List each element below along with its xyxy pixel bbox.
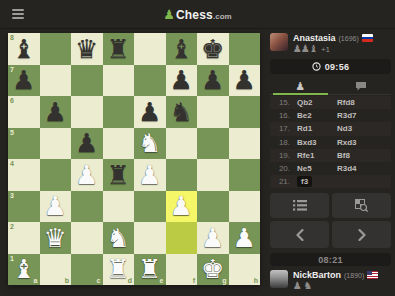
black-move[interactable]: Rfd8: [337, 98, 355, 107]
back-button[interactable]: [270, 221, 329, 248]
square-d2[interactable]: ♞: [103, 222, 135, 254]
square-a6[interactable]: 6: [8, 96, 40, 128]
white-pawn-piece[interactable]: ♟: [75, 162, 98, 188]
white-pawn-piece[interactable]: ♟: [170, 193, 193, 219]
white-pawn-piece[interactable]: ♟: [44, 193, 67, 219]
opponent-info: Anastasia (1696) ♟♟♝ +1: [270, 33, 391, 56]
file-label-h: h: [254, 277, 258, 284]
square-c8[interactable]: ♛: [71, 33, 103, 65]
square-b5[interactable]: [40, 128, 72, 160]
black-pawn-piece[interactable]: ♟: [12, 67, 35, 93]
player-avatar[interactable]: [270, 270, 288, 288]
square-h3[interactable]: [229, 191, 261, 223]
square-f7[interactable]: ♟: [166, 65, 198, 97]
move-number: 16.: [276, 111, 290, 120]
rank-label-2: 2: [10, 223, 14, 230]
square-f5[interactable]: [166, 128, 198, 160]
black-move[interactable]: R3d4: [337, 164, 357, 173]
black-pawn-piece[interactable]: ♟: [233, 67, 256, 93]
move-list: 15.Qb2Rfd816.Be2R3d717.Rd1Nd318.Bxd3Rxd3…: [270, 96, 391, 189]
square-g5[interactable]: [197, 128, 229, 160]
square-c1[interactable]: c: [71, 254, 103, 286]
move-number: 18.: [276, 138, 290, 147]
square-e1[interactable]: e♜: [134, 254, 166, 286]
square-c2[interactable]: [71, 222, 103, 254]
square-d7[interactable]: [103, 65, 135, 97]
panel-tabs: ♟: [270, 79, 391, 95]
move-row: 19.Rfe1Bf8: [270, 149, 391, 162]
chevron-right-icon: [358, 229, 366, 241]
white-move[interactable]: Qb2: [297, 98, 337, 107]
rank-label-4: 4: [10, 160, 14, 167]
square-d4[interactable]: ♜: [103, 159, 135, 191]
russia-flag-icon: [362, 34, 373, 42]
square-e6[interactable]: ♟: [134, 96, 166, 128]
game-panel: Anastasia (1696) ♟♟♝ +1 09:56 ♟: [270, 33, 391, 293]
black-bishop-piece[interactable]: ♝: [170, 36, 193, 62]
chat-bubble-icon: [355, 81, 367, 92]
square-d5[interactable]: [103, 128, 135, 160]
square-b2[interactable]: ♛: [40, 222, 72, 254]
black-king-piece[interactable]: ♚: [201, 36, 224, 62]
white-rook-piece[interactable]: ♜: [138, 256, 161, 282]
tab-chat[interactable]: [331, 79, 392, 94]
square-g6[interactable]: [197, 96, 229, 128]
board-search-icon: [355, 199, 368, 212]
opponent-name: Anastasia: [293, 33, 336, 43]
chevron-left-icon: [296, 229, 304, 241]
black-pawn-piece[interactable]: ♟: [201, 67, 224, 93]
square-f6[interactable]: ♞: [166, 96, 198, 128]
square-g2[interactable]: ♟: [197, 222, 229, 254]
square-a2[interactable]: 2: [8, 222, 40, 254]
white-knight-piece[interactable]: ♞: [107, 225, 130, 251]
square-a4[interactable]: 4: [8, 159, 40, 191]
square-d8[interactable]: ♜: [103, 33, 135, 65]
black-pawn-piece[interactable]: ♟: [75, 130, 98, 156]
move-number: 15.: [276, 98, 290, 107]
opponent-rating: (1696): [339, 35, 359, 42]
player-name: NickBarton: [293, 270, 341, 280]
black-pawn-piece[interactable]: ♟: [44, 99, 67, 125]
square-f2[interactable]: [166, 222, 198, 254]
logo-suffix-text: .com: [213, 12, 232, 21]
move-number: 19.: [276, 151, 290, 160]
black-bishop-piece[interactable]: ♝: [12, 36, 35, 62]
black-move[interactable]: Nd3: [337, 124, 352, 133]
chesscom-app: ♟ Chess .com 8♝♛♜♝♚7♟♟♟♟6♟♟♞5♟♞4♟♜♟3♟♟2♛…: [0, 0, 395, 296]
square-e2[interactable]: [134, 222, 166, 254]
square-h8[interactable]: [229, 33, 261, 65]
game-controls: [270, 193, 391, 248]
square-b3[interactable]: ♟: [40, 191, 72, 223]
white-move[interactable]: Ne5: [297, 164, 337, 173]
white-pawn-piece[interactable]: ♟: [138, 162, 161, 188]
square-g4[interactable]: [197, 159, 229, 191]
player-rating: (1890): [344, 272, 364, 279]
file-label-b: b: [65, 277, 69, 284]
top-bar: ♟ Chess .com: [0, 0, 395, 29]
move-number: 17.: [276, 124, 290, 133]
file-label-e: e: [160, 277, 164, 284]
square-e5[interactable]: ♞: [134, 128, 166, 160]
square-f4[interactable]: [166, 159, 198, 191]
rank-label-3: 3: [10, 192, 14, 199]
square-h1[interactable]: h: [229, 254, 261, 286]
black-move[interactable]: Bf8: [337, 151, 350, 160]
square-c6[interactable]: [71, 96, 103, 128]
logo-text: Chess: [176, 8, 213, 22]
menu-icon[interactable]: [12, 9, 24, 19]
file-label-f: f: [193, 277, 195, 284]
square-a5[interactable]: 5: [8, 128, 40, 160]
square-f1[interactable]: f: [166, 254, 198, 286]
square-c5[interactable]: ♟: [71, 128, 103, 160]
forward-button[interactable]: [332, 221, 391, 248]
black-pawn-piece[interactable]: ♟: [170, 67, 193, 93]
white-move[interactable]: Bxd3: [297, 138, 337, 147]
opponent-clock: 09:56: [270, 59, 391, 74]
square-h2[interactable]: ♟: [229, 222, 261, 254]
black-queen-piece[interactable]: ♛: [75, 36, 98, 62]
move-number: 20.: [276, 164, 290, 173]
file-label-g: g: [222, 277, 226, 284]
black-move[interactable]: R3d7: [337, 111, 357, 120]
rank-label-1: 1: [10, 255, 14, 262]
rank-label-6: 6: [10, 97, 14, 104]
move-row: 15.Qb2Rfd8: [270, 96, 391, 109]
file-label-c: c: [97, 277, 101, 284]
move-row: 17.Rd1Nd3: [270, 122, 391, 135]
square-e3[interactable]: [134, 191, 166, 223]
square-b4[interactable]: [40, 159, 72, 191]
chess-board[interactable]: 8♝♛♜♝♚7♟♟♟♟6♟♟♞5♟♞4♟♜♟3♟♟2♛♞♟♟1a♝bcd♜e♜f…: [8, 33, 260, 285]
player-clock-time: 08:21: [318, 255, 343, 265]
white-pawn-piece[interactable]: ♟: [201, 225, 224, 251]
black-rook-piece[interactable]: ♜: [107, 36, 130, 62]
list-icon: [293, 200, 307, 211]
square-f3[interactable]: ♟: [166, 191, 198, 223]
square-c4[interactable]: ♟: [71, 159, 103, 191]
rank-label-7: 7: [10, 66, 14, 73]
white-king-piece[interactable]: ♚: [201, 256, 224, 282]
file-label-d: d: [128, 277, 132, 284]
current-move[interactable]: f3: [297, 177, 337, 186]
square-c3[interactable]: [71, 191, 103, 223]
square-a8[interactable]: 8♝: [8, 33, 40, 65]
square-d3[interactable]: [103, 191, 135, 223]
square-b8[interactable]: [40, 33, 72, 65]
black-move[interactable]: Rxd3: [337, 138, 357, 147]
black-rook-piece[interactable]: ♜: [107, 162, 130, 188]
square-g8[interactable]: ♚: [197, 33, 229, 65]
square-b1[interactable]: b: [40, 254, 72, 286]
move-number: 21.: [276, 177, 290, 186]
white-pawn-piece[interactable]: ♟: [233, 225, 256, 251]
rank-label-5: 5: [10, 129, 14, 136]
square-g3[interactable]: [197, 191, 229, 223]
player-captured-pieces: ♟ ♞: [293, 281, 311, 291]
square-h5[interactable]: [229, 128, 261, 160]
square-e7[interactable]: [134, 65, 166, 97]
white-knight-piece[interactable]: ♞: [138, 130, 161, 156]
square-g1[interactable]: g♚: [197, 254, 229, 286]
clock-icon: [312, 62, 321, 71]
move-row: 21.f3: [270, 175, 391, 188]
white-bishop-piece[interactable]: ♝: [12, 256, 35, 282]
white-rook-piece[interactable]: ♜: [107, 256, 130, 282]
white-move[interactable]: Rd1: [297, 124, 337, 133]
analysis-button[interactable]: [332, 193, 391, 218]
square-b6[interactable]: ♟: [40, 96, 72, 128]
move-row: 16.Be2R3d7: [270, 109, 391, 122]
square-b7[interactable]: [40, 65, 72, 97]
square-h7[interactable]: ♟: [229, 65, 261, 97]
black-knight-piece[interactable]: ♞: [170, 99, 193, 125]
black-pawn-piece[interactable]: ♟: [138, 99, 161, 125]
square-h4[interactable]: [229, 159, 261, 191]
square-h6[interactable]: [229, 96, 261, 128]
opponent-avatar[interactable]: [270, 33, 288, 51]
rank-label-8: 8: [10, 34, 14, 41]
opponent-captured-pieces: ♟♟♝: [293, 44, 317, 54]
square-d1[interactable]: d♜: [103, 254, 135, 286]
chesscom-logo: ♟ Chess .com: [163, 7, 231, 22]
move-row: 20.Ne5R3d4: [270, 162, 391, 175]
move-row: 18.Bxd3Rxd3: [270, 136, 391, 149]
white-move[interactable]: Rfe1: [297, 151, 337, 160]
options-button[interactable]: [270, 193, 329, 218]
opponent-clock-time: 09:56: [325, 62, 350, 72]
square-a1[interactable]: 1a♝: [8, 254, 40, 286]
square-a7[interactable]: 7♟: [8, 65, 40, 97]
square-c7[interactable]: [71, 65, 103, 97]
white-move[interactable]: Be2: [297, 111, 337, 120]
material-advantage: +1: [321, 45, 330, 54]
file-label-a: a: [34, 277, 38, 284]
moves-pawn-icon: ♟: [295, 81, 305, 92]
usa-flag-icon: [367, 271, 378, 279]
square-e4[interactable]: ♟: [134, 159, 166, 191]
tab-moves[interactable]: ♟: [270, 79, 331, 94]
square-f8[interactable]: ♝: [166, 33, 198, 65]
square-g7[interactable]: ♟: [197, 65, 229, 97]
white-queen-piece[interactable]: ♛: [44, 225, 67, 251]
logo-pawn-icon: ♟: [163, 7, 175, 22]
player-info: NickBarton (1890) ♟ ♞: [270, 270, 391, 293]
square-a3[interactable]: 3: [8, 191, 40, 223]
square-d6[interactable]: [103, 96, 135, 128]
square-e8[interactable]: [134, 33, 166, 65]
player-clock: 08:21: [270, 253, 391, 266]
